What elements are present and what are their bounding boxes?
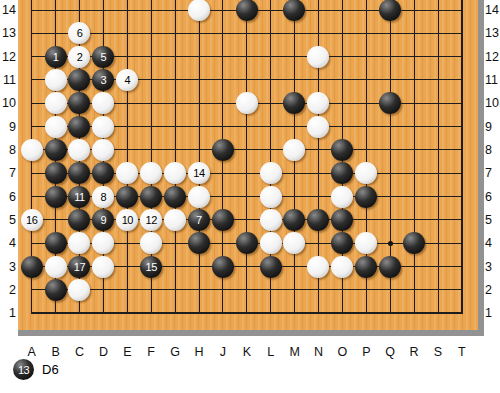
stone-F6 [140, 186, 162, 208]
row-label-left-12: 12 [0, 50, 16, 64]
stone-K14 [236, 0, 258, 21]
stone-D4 [92, 232, 114, 254]
stone-B11 [45, 69, 67, 91]
stone-M5 [283, 209, 305, 231]
move-number-C13: 6 [77, 27, 83, 39]
stone-G5 [164, 209, 186, 231]
board-grid[interactable]: 61253414118169101271715 [20, 0, 474, 325]
row-label-right-3: 3 [485, 260, 500, 274]
col-label-L: L [261, 345, 281, 359]
col-label-Q: Q [380, 345, 400, 359]
stone-B8 [45, 139, 67, 161]
stone-D3 [92, 256, 114, 278]
stone-F3: 15 [140, 256, 162, 278]
stone-D5: 9 [92, 209, 114, 231]
stone-C5 [68, 209, 90, 231]
move-number-C3: 17 [74, 261, 85, 273]
col-label-S: S [428, 345, 448, 359]
stone-D6: 8 [92, 186, 114, 208]
stone-C13: 6 [68, 22, 90, 44]
stone-P3 [355, 256, 377, 278]
caption-location: D6 [42, 362, 59, 377]
stone-K4 [236, 232, 258, 254]
stone-O7 [331, 162, 353, 184]
row-label-left-3: 3 [0, 260, 16, 274]
stone-N3 [307, 256, 329, 278]
row-label-left-11: 11 [0, 73, 16, 87]
stone-M14 [283, 0, 305, 21]
stone-B4 [45, 232, 67, 254]
stone-C11 [68, 69, 90, 91]
row-label-right-8: 8 [485, 143, 500, 157]
stone-J3 [212, 256, 234, 278]
col-label-H: H [189, 345, 209, 359]
stone-M4 [283, 232, 305, 254]
row-label-right-12: 12 [485, 50, 500, 64]
stone-E7 [116, 162, 138, 184]
stone-E6 [116, 186, 138, 208]
row-label-right-10: 10 [485, 96, 500, 110]
stone-Q3 [379, 256, 401, 278]
col-label-P: P [356, 345, 376, 359]
row-label-left-8: 8 [0, 143, 16, 157]
stone-G7 [164, 162, 186, 184]
row-label-right-6: 6 [485, 190, 500, 204]
stone-P6 [355, 186, 377, 208]
stone-F5: 12 [140, 209, 162, 231]
move-number-D11: 3 [101, 74, 107, 86]
stone-N10 [307, 92, 329, 114]
move-number-C6: 11 [74, 191, 84, 203]
row-label-left-7: 7 [0, 166, 16, 180]
row-label-left-2: 2 [0, 283, 16, 297]
stone-J5 [212, 209, 234, 231]
row-label-left-9: 9 [0, 120, 16, 134]
stone-D9 [92, 116, 114, 138]
stone-D7 [92, 162, 114, 184]
row-label-left-13: 13 [0, 26, 16, 40]
stone-R4 [403, 232, 425, 254]
stone-A5: 16 [21, 209, 43, 231]
row-label-left-14: 14 [0, 3, 16, 17]
stone-G6 [164, 186, 186, 208]
stone-P4 [355, 232, 377, 254]
stone-L5 [260, 209, 282, 231]
row-label-left-4: 4 [0, 236, 16, 250]
row-label-right-11: 11 [485, 73, 500, 87]
stone-L7 [260, 162, 282, 184]
stone-B12: 1 [45, 46, 67, 68]
row-label-right-9: 9 [485, 120, 500, 134]
move-number-B12: 1 [53, 51, 59, 63]
stone-E5: 10 [116, 209, 138, 231]
row-label-right-13: 13 [485, 26, 500, 40]
row-label-right-2: 2 [485, 283, 500, 297]
move-number-E11: 4 [124, 74, 130, 86]
stone-J8 [212, 139, 234, 161]
col-label-J: J [213, 345, 233, 359]
stone-D11: 3 [92, 69, 114, 91]
stone-B6 [45, 186, 67, 208]
move-number-H5: 7 [196, 214, 202, 226]
stone-D8 [92, 139, 114, 161]
row-label-right-5: 5 [485, 213, 500, 227]
col-label-N: N [309, 345, 329, 359]
stone-C10 [68, 92, 90, 114]
stone-L3 [260, 256, 282, 278]
stone-H7: 14 [188, 162, 210, 184]
stone-B10 [45, 92, 67, 114]
move-number-D5: 9 [101, 214, 107, 226]
row-label-left-6: 6 [0, 190, 16, 204]
stone-M8 [283, 139, 305, 161]
stone-M10 [283, 92, 305, 114]
stone-P7 [355, 162, 377, 184]
move-number-C12: 2 [77, 51, 83, 63]
col-label-E: E [117, 345, 137, 359]
stone-C6: 11 [68, 186, 90, 208]
col-label-B: B [46, 345, 66, 359]
stone-A8 [21, 139, 43, 161]
stone-H6 [188, 186, 210, 208]
stone-O5 [331, 209, 353, 231]
stone-B9 [45, 116, 67, 138]
stone-C8 [68, 139, 90, 161]
row-label-left-1: 1 [0, 306, 16, 320]
stone-O6 [331, 186, 353, 208]
col-label-A: A [22, 345, 42, 359]
stone-C4 [68, 232, 90, 254]
stone-C9 [68, 116, 90, 138]
col-label-M: M [285, 345, 305, 359]
stone-F7 [140, 162, 162, 184]
col-label-R: R [404, 345, 424, 359]
stone-B2 [45, 279, 67, 301]
caption-move-number: 13 [18, 364, 29, 376]
move-number-H7: 14 [193, 167, 204, 179]
stone-H5: 7 [188, 209, 210, 231]
stone-O8 [331, 139, 353, 161]
stone-K10 [236, 92, 258, 114]
row-label-right-7: 7 [485, 166, 500, 180]
stone-O3 [331, 256, 353, 278]
stone-N5 [307, 209, 329, 231]
row-label-right-14: 14 [485, 3, 500, 17]
stone-H14 [188, 0, 210, 21]
move-number-A5: 16 [26, 214, 37, 226]
col-label-T: T [452, 345, 472, 359]
stone-C7 [68, 162, 90, 184]
col-label-D: D [93, 345, 113, 359]
stone-C12: 2 [68, 46, 90, 68]
stone-N9 [307, 116, 329, 138]
stone-L4 [260, 232, 282, 254]
col-label-K: K [237, 345, 257, 359]
stone-N12 [307, 46, 329, 68]
col-label-C: C [70, 345, 90, 359]
move-number-E5: 10 [122, 214, 133, 226]
stone-O4 [331, 232, 353, 254]
stone-B7 [45, 162, 67, 184]
stone-E11: 4 [116, 69, 138, 91]
row-label-right-4: 4 [485, 236, 500, 250]
col-label-F: F [141, 345, 161, 359]
row-label-left-10: 10 [0, 96, 16, 110]
col-label-O: O [332, 345, 352, 359]
stone-D12: 5 [92, 46, 114, 68]
move-number-F3: 15 [146, 261, 157, 273]
stone-L6 [260, 186, 282, 208]
stone-C2 [68, 279, 90, 301]
move-number-D6: 8 [101, 191, 107, 203]
go-diagram: 61253414118169101271715 1414131312121111… [0, 0, 500, 393]
move-number-D12: 5 [101, 51, 107, 63]
row-label-right-1: 1 [485, 306, 500, 320]
move-number-F5: 12 [146, 214, 157, 226]
stone-A3 [21, 256, 43, 278]
stone-C3: 17 [68, 256, 90, 278]
stone-H4 [188, 232, 210, 254]
stone-Q10 [379, 92, 401, 114]
stone-F4 [140, 232, 162, 254]
row-label-left-5: 5 [0, 213, 16, 227]
stone-D10 [92, 92, 114, 114]
col-label-G: G [165, 345, 185, 359]
stone-Q14 [379, 0, 401, 21]
caption-move-stone: 13 [13, 359, 34, 380]
stone-B3 [45, 256, 67, 278]
